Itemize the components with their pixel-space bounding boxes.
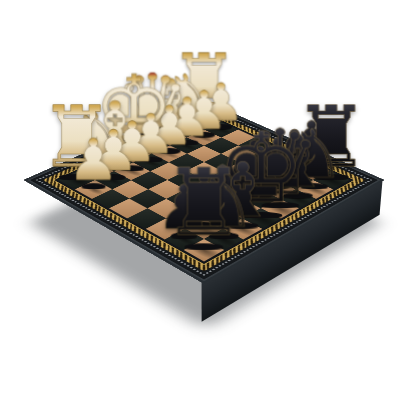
piece-black-rook[interactable]: ♜ <box>163 157 246 251</box>
scene-3d: ♜♟♟♜♞♟♟♞♝♟♟♝♛♟♟♛♚♟♟♚♝♟♟♝♞♟♟♞♜♟♟♜ <box>0 0 400 400</box>
square-h8[interactable]: ♜ <box>184 239 224 261</box>
product-photo-stage: ♜♟♟♜♞♟♟♞♝♟♟♝♛♟♟♛♚♟♟♚♝♟♟♝♞♟♟♞♜♟♟♜ <box>0 0 400 400</box>
piece-base <box>81 183 105 189</box>
rook-glyph: ♜ <box>163 157 246 250</box>
piece-white-pawn[interactable]: ♟ <box>68 131 119 189</box>
pawn-glyph: ♟ <box>68 131 119 188</box>
chess-board: ♜♟♟♜♞♟♟♞♝♟♟♝♛♟♟♛♚♟♟♚♝♟♟♝♞♟♟♞♜♟♟♜ <box>27 102 381 282</box>
square-h2[interactable]: ♟ <box>75 180 112 199</box>
